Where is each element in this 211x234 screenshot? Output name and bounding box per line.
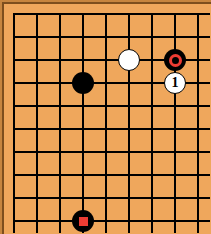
- white-stone: [118, 49, 140, 71]
- intersection-f3[interactable]: [118, 49, 141, 72]
- intersection-h6[interactable]: [164, 118, 187, 141]
- intersection-f6[interactable]: [118, 118, 141, 141]
- intersection-b5[interactable]: [26, 95, 49, 118]
- intersection-c9[interactable]: [49, 187, 72, 210]
- intersection-d7[interactable]: [72, 141, 95, 164]
- intersection-g4[interactable]: [141, 72, 164, 95]
- black-stone-square-marked: [72, 210, 94, 232]
- intersection-a7[interactable]: [3, 141, 26, 164]
- intersection-d1[interactable]: [72, 3, 95, 26]
- intersection-a3[interactable]: [3, 49, 26, 72]
- intersection-g8[interactable]: [141, 164, 164, 187]
- intersection-a8[interactable]: [3, 164, 26, 187]
- intersection-d9[interactable]: [72, 187, 95, 210]
- intersection-e1[interactable]: [95, 3, 118, 26]
- intersection-i9[interactable]: [187, 187, 210, 210]
- intersection-g9[interactable]: [141, 187, 164, 210]
- intersection-i3[interactable]: [187, 49, 210, 72]
- intersection-i2[interactable]: [187, 26, 210, 49]
- intersection-h1[interactable]: [164, 3, 187, 26]
- intersection-h2[interactable]: [164, 26, 187, 49]
- intersection-e5[interactable]: [95, 95, 118, 118]
- intersection-g6[interactable]: [141, 118, 164, 141]
- intersection-b8[interactable]: [26, 164, 49, 187]
- intersection-i10[interactable]: [187, 210, 210, 233]
- intersection-a6[interactable]: [3, 118, 26, 141]
- intersection-f8[interactable]: [118, 164, 141, 187]
- intersection-b4[interactable]: [26, 72, 49, 95]
- circle-mark-icon: [169, 54, 182, 67]
- black-stone-circle-marked: [164, 49, 186, 71]
- intersection-c3[interactable]: [49, 49, 72, 72]
- intersection-c2[interactable]: [49, 26, 72, 49]
- intersection-f9[interactable]: [118, 187, 141, 210]
- intersection-c8[interactable]: [49, 164, 72, 187]
- intersection-a4[interactable]: [3, 72, 26, 95]
- intersection-g1[interactable]: [141, 3, 164, 26]
- intersection-i1[interactable]: [187, 3, 210, 26]
- intersection-c1[interactable]: [49, 3, 72, 26]
- intersection-g3[interactable]: [141, 49, 164, 72]
- intersection-e10[interactable]: [95, 210, 118, 233]
- intersection-f5[interactable]: [118, 95, 141, 118]
- intersection-e3[interactable]: [95, 49, 118, 72]
- intersection-e6[interactable]: [95, 118, 118, 141]
- intersection-h4[interactable]: 1: [164, 72, 187, 95]
- intersection-h7[interactable]: [164, 141, 187, 164]
- black-stone: [72, 72, 94, 94]
- intersection-g7[interactable]: [141, 141, 164, 164]
- intersection-f4[interactable]: [118, 72, 141, 95]
- intersection-a10[interactable]: [3, 210, 26, 233]
- intersection-d3[interactable]: [72, 49, 95, 72]
- intersection-c5[interactable]: [49, 95, 72, 118]
- intersection-b10[interactable]: [26, 210, 49, 233]
- intersection-c4[interactable]: [49, 72, 72, 95]
- intersection-h3[interactable]: [164, 49, 187, 72]
- square-mark-icon: [79, 217, 88, 226]
- intersection-e9[interactable]: [95, 187, 118, 210]
- intersection-h5[interactable]: [164, 95, 187, 118]
- intersection-b2[interactable]: [26, 26, 49, 49]
- intersection-i4[interactable]: [187, 72, 210, 95]
- white-stone-move-1: 1: [164, 72, 186, 94]
- intersection-d5[interactable]: [72, 95, 95, 118]
- intersection-d4[interactable]: [72, 72, 95, 95]
- intersection-b1[interactable]: [26, 3, 49, 26]
- intersection-a5[interactable]: [3, 95, 26, 118]
- intersection-a2[interactable]: [3, 26, 26, 49]
- intersection-d8[interactable]: [72, 164, 95, 187]
- intersection-f2[interactable]: [118, 26, 141, 49]
- intersection-c7[interactable]: [49, 141, 72, 164]
- intersection-i5[interactable]: [187, 95, 210, 118]
- intersection-a1[interactable]: [3, 3, 26, 26]
- intersection-b7[interactable]: [26, 141, 49, 164]
- intersection-f10[interactable]: [118, 210, 141, 233]
- intersection-h10[interactable]: [164, 210, 187, 233]
- intersection-i7[interactable]: [187, 141, 210, 164]
- intersection-i8[interactable]: [187, 164, 210, 187]
- intersection-d10[interactable]: [72, 210, 95, 233]
- intersection-a9[interactable]: [3, 187, 26, 210]
- go-board: 1: [0, 0, 211, 234]
- intersection-e4[interactable]: [95, 72, 118, 95]
- intersection-d2[interactable]: [72, 26, 95, 49]
- intersection-e8[interactable]: [95, 164, 118, 187]
- intersection-g5[interactable]: [141, 95, 164, 118]
- intersection-g2[interactable]: [141, 26, 164, 49]
- intersection-g10[interactable]: [141, 210, 164, 233]
- intersection-h8[interactable]: [164, 164, 187, 187]
- intersection-h9[interactable]: [164, 187, 187, 210]
- intersection-b3[interactable]: [26, 49, 49, 72]
- intersection-c6[interactable]: [49, 118, 72, 141]
- intersection-e2[interactable]: [95, 26, 118, 49]
- intersection-b6[interactable]: [26, 118, 49, 141]
- go-grid: 1: [3, 3, 210, 233]
- intersection-i6[interactable]: [187, 118, 210, 141]
- intersection-b9[interactable]: [26, 187, 49, 210]
- intersection-d6[interactable]: [72, 118, 95, 141]
- intersection-f7[interactable]: [118, 141, 141, 164]
- intersection-e7[interactable]: [95, 141, 118, 164]
- intersection-c10[interactable]: [49, 210, 72, 233]
- intersection-f1[interactable]: [118, 3, 141, 26]
